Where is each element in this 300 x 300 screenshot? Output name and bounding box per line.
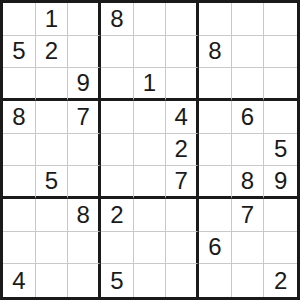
cell-r1c4-given[interactable]: 8 <box>101 3 134 36</box>
cell-r1c1-empty[interactable] <box>3 3 36 36</box>
cell-r4c4-empty[interactable] <box>101 101 134 134</box>
cell-r6c6-given[interactable]: 7 <box>166 166 199 199</box>
cell-r1c8-empty[interactable] <box>232 3 265 36</box>
cell-r5c9-given[interactable]: 5 <box>264 134 297 167</box>
cell-r8c2-empty[interactable] <box>36 232 69 265</box>
cell-r3c2-empty[interactable] <box>36 68 69 101</box>
cell-r6c4-empty[interactable] <box>101 166 134 199</box>
cell-r1c7-empty[interactable] <box>199 3 232 36</box>
cell-r4c5-empty[interactable] <box>134 101 167 134</box>
cell-r7c8-given[interactable]: 7 <box>232 199 265 232</box>
cell-r6c1-empty[interactable] <box>3 166 36 199</box>
cell-r3c8-empty[interactable] <box>232 68 265 101</box>
cell-r5c2-empty[interactable] <box>36 134 69 167</box>
cell-r6c8-given[interactable]: 8 <box>232 166 265 199</box>
cell-r7c9-empty[interactable] <box>264 199 297 232</box>
cell-r7c7-empty[interactable] <box>199 199 232 232</box>
cell-r5c1-empty[interactable] <box>3 134 36 167</box>
cell-r4c6-given[interactable]: 4 <box>166 101 199 134</box>
cell-r8c3-empty[interactable] <box>68 232 101 265</box>
cell-r3c5-given[interactable]: 1 <box>134 68 167 101</box>
cell-r5c4-empty[interactable] <box>101 134 134 167</box>
cell-r9c8-empty[interactable] <box>232 264 265 297</box>
cell-r9c1-given[interactable]: 4 <box>3 264 36 297</box>
cell-r9c3-empty[interactable] <box>68 264 101 297</box>
cell-r2c5-empty[interactable] <box>134 36 167 69</box>
sudoku-board-frame: 185289187462557898276452 <box>0 0 300 300</box>
sudoku-board: 185289187462557898276452 <box>3 3 297 297</box>
cell-r2c6-empty[interactable] <box>166 36 199 69</box>
cell-r8c7-given[interactable]: 6 <box>199 232 232 265</box>
cell-r2c7-given[interactable]: 8 <box>199 36 232 69</box>
cell-r9c4-given[interactable]: 5 <box>101 264 134 297</box>
cell-r2c9-empty[interactable] <box>264 36 297 69</box>
cell-r7c2-empty[interactable] <box>36 199 69 232</box>
cell-r2c3-empty[interactable] <box>68 36 101 69</box>
cell-r5c5-empty[interactable] <box>134 134 167 167</box>
cell-r1c5-empty[interactable] <box>134 3 167 36</box>
cell-r4c1-given[interactable]: 8 <box>3 101 36 134</box>
cell-r3c1-empty[interactable] <box>3 68 36 101</box>
cell-r2c1-given[interactable]: 5 <box>3 36 36 69</box>
cell-r4c7-empty[interactable] <box>199 101 232 134</box>
cell-r1c3-empty[interactable] <box>68 3 101 36</box>
cell-r5c8-empty[interactable] <box>232 134 265 167</box>
cell-r2c4-empty[interactable] <box>101 36 134 69</box>
cell-r8c1-empty[interactable] <box>3 232 36 265</box>
cell-r9c9-given[interactable]: 2 <box>264 264 297 297</box>
cell-r1c9-empty[interactable] <box>264 3 297 36</box>
cell-r3c9-empty[interactable] <box>264 68 297 101</box>
cell-r3c6-empty[interactable] <box>166 68 199 101</box>
cell-r1c6-empty[interactable] <box>166 3 199 36</box>
cell-r9c5-empty[interactable] <box>134 264 167 297</box>
cell-r7c5-empty[interactable] <box>134 199 167 232</box>
cell-r2c2-given[interactable]: 2 <box>36 36 69 69</box>
cell-r6c5-empty[interactable] <box>134 166 167 199</box>
cell-r8c5-empty[interactable] <box>134 232 167 265</box>
cell-r1c2-given[interactable]: 1 <box>36 3 69 36</box>
cell-r3c3-given[interactable]: 9 <box>68 68 101 101</box>
cell-r6c7-empty[interactable] <box>199 166 232 199</box>
cell-r3c4-empty[interactable] <box>101 68 134 101</box>
cell-r3c7-empty[interactable] <box>199 68 232 101</box>
cell-r5c6-given[interactable]: 2 <box>166 134 199 167</box>
cell-r8c4-empty[interactable] <box>101 232 134 265</box>
cell-r5c3-empty[interactable] <box>68 134 101 167</box>
cell-r7c6-empty[interactable] <box>166 199 199 232</box>
cell-r9c2-empty[interactable] <box>36 264 69 297</box>
cell-r4c3-given[interactable]: 7 <box>68 101 101 134</box>
cell-r2c8-empty[interactable] <box>232 36 265 69</box>
cell-r9c6-empty[interactable] <box>166 264 199 297</box>
cell-r9c7-empty[interactable] <box>199 264 232 297</box>
cell-r6c9-given[interactable]: 9 <box>264 166 297 199</box>
cell-r4c2-empty[interactable] <box>36 101 69 134</box>
cell-r6c3-empty[interactable] <box>68 166 101 199</box>
cell-r6c2-given[interactable]: 5 <box>36 166 69 199</box>
cell-r4c8-given[interactable]: 6 <box>232 101 265 134</box>
cell-r4c9-empty[interactable] <box>264 101 297 134</box>
cell-r7c3-given[interactable]: 8 <box>68 199 101 232</box>
cell-r7c1-empty[interactable] <box>3 199 36 232</box>
cell-r8c6-empty[interactable] <box>166 232 199 265</box>
cell-r8c8-empty[interactable] <box>232 232 265 265</box>
cell-r8c9-empty[interactable] <box>264 232 297 265</box>
cell-r5c7-empty[interactable] <box>199 134 232 167</box>
cell-r7c4-given[interactable]: 2 <box>101 199 134 232</box>
